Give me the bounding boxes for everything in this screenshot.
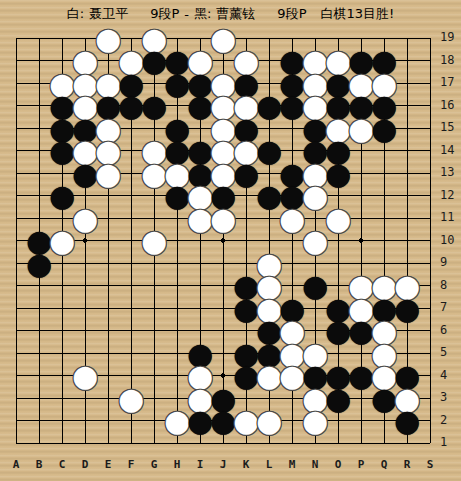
go-board[interactable]: ●●●●●●●●●●●●●●●●●●●●●●●●●●●●●●●●●●●●●●●●… — [0, 0, 461, 481]
star-point — [221, 103, 225, 107]
row-label-12: 12 — [440, 188, 461, 202]
row-label-2: 2 — [440, 413, 461, 427]
column-label-G: G — [143, 458, 166, 471]
column-label-A: A — [5, 458, 28, 471]
column-label-S: S — [419, 458, 442, 471]
row-label-4: 4 — [440, 368, 461, 382]
row-label-3: 3 — [440, 390, 461, 404]
row-label-6: 6 — [440, 323, 461, 337]
star-point — [359, 103, 363, 107]
row-label-18: 18 — [440, 53, 461, 67]
column-label-E: E — [97, 458, 120, 471]
star-point — [221, 373, 225, 377]
go-game-viewer: 白:聂卫平9段P-黑:曹薰铉9段P白棋13目胜! ●●●●●●●●●●●●●●●… — [0, 0, 461, 481]
row-label-5: 5 — [440, 345, 461, 359]
row-label-1: 1 — [440, 435, 461, 449]
row-label-10: 10 — [440, 233, 461, 247]
row-label-14: 14 — [440, 143, 461, 157]
row-label-9: 9 — [440, 255, 461, 269]
column-label-K: K — [235, 458, 258, 471]
column-label-H: H — [166, 458, 189, 471]
column-label-B: B — [28, 458, 51, 471]
column-label-I: I — [189, 458, 212, 471]
column-label-J: J — [212, 458, 235, 471]
star-point — [83, 103, 87, 107]
board-grid-lines — [0, 0, 461, 481]
row-label-19: 19 — [440, 30, 461, 44]
row-label-11: 11 — [440, 210, 461, 224]
star-point — [359, 373, 363, 377]
column-label-R: R — [396, 458, 419, 471]
row-label-17: 17 — [440, 75, 461, 89]
row-label-13: 13 — [440, 165, 461, 179]
row-label-15: 15 — [440, 120, 461, 134]
column-label-N: N — [304, 458, 327, 471]
column-label-L: L — [258, 458, 281, 471]
star-point — [359, 238, 363, 242]
row-label-7: 7 — [440, 300, 461, 314]
column-label-P: P — [350, 458, 373, 471]
column-label-F: F — [120, 458, 143, 471]
column-label-C: C — [51, 458, 74, 471]
column-label-D: D — [74, 458, 97, 471]
star-point — [221, 238, 225, 242]
star-point — [83, 238, 87, 242]
column-label-Q: Q — [373, 458, 396, 471]
column-label-O: O — [327, 458, 350, 471]
column-label-M: M — [281, 458, 304, 471]
row-label-8: 8 — [440, 278, 461, 292]
star-point — [83, 373, 87, 377]
row-label-16: 16 — [440, 98, 461, 112]
